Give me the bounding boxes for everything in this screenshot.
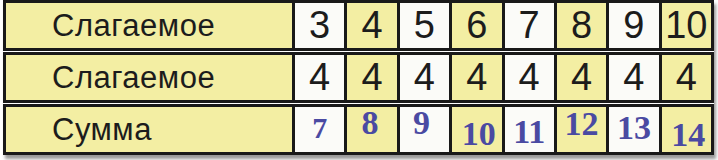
- cell-value: 4: [571, 56, 592, 99]
- cell-value: 8: [571, 4, 592, 47]
- table-cell: 4: [344, 55, 396, 100]
- row-label-sum: Сумма: [6, 107, 292, 152]
- table-cell: 9: [397, 107, 449, 152]
- cell-value: 3: [309, 4, 330, 47]
- row-label-addend-1: Слагаемое: [6, 3, 292, 48]
- cell-value: 5: [414, 4, 435, 47]
- table-cell: 4: [554, 55, 606, 100]
- table-cell: 4: [659, 55, 711, 100]
- table-cell: 10: [659, 3, 711, 48]
- cell-value: 10: [665, 4, 707, 47]
- table-cell: 6: [449, 3, 501, 48]
- table-cell: 7: [502, 3, 554, 48]
- cell-value: 4: [414, 56, 435, 99]
- row-label-addend-2: Слагаемое: [6, 55, 292, 100]
- cell-value: 4: [309, 56, 330, 99]
- table-cell: 9: [606, 3, 658, 48]
- sum-value: 10: [462, 115, 496, 153]
- table-cell: 4: [397, 55, 449, 100]
- table-row-addend-2: Слагаемое 4 4 4 4 4 4 4 4: [3, 52, 714, 103]
- cell-value: 4: [361, 56, 382, 99]
- table-cell: 8: [344, 107, 396, 152]
- table-cell: 4: [449, 55, 501, 100]
- cell-value: 4: [519, 56, 540, 99]
- cell-value: 4: [361, 4, 382, 47]
- table-cell: 13: [606, 107, 658, 152]
- sum-value: 14: [671, 116, 705, 153]
- addition-table: Слагаемое 3 4 5 6 7 8 9 10 Слагаемое 4 4…: [3, 0, 714, 155]
- cell-value: 7: [519, 4, 540, 47]
- worksheet-canvas: Слагаемое 3 4 5 6 7 8 9 10 Слагаемое 4 4…: [0, 0, 718, 160]
- cell-value: 4: [623, 56, 644, 99]
- table-cell: 7: [292, 107, 344, 152]
- cell-value: 4: [466, 56, 487, 99]
- table-cell: 11: [502, 107, 554, 152]
- table-cell: 10: [449, 107, 501, 152]
- table-cell: 4: [502, 55, 554, 100]
- table-cell: 5: [397, 3, 449, 48]
- table-cell: 14: [659, 107, 711, 152]
- sum-value: 8: [362, 107, 379, 142]
- table-cell: 4: [606, 55, 658, 100]
- table-row-sum: Сумма 7 8 9 10 11 12 13 14: [3, 104, 714, 155]
- sum-value: 7: [312, 111, 327, 145]
- table-cell: 4: [292, 55, 344, 100]
- cell-value: 6: [466, 4, 487, 47]
- sum-value: 12: [565, 107, 599, 143]
- table-cell: 12: [554, 107, 606, 152]
- cell-value: 9: [623, 4, 644, 47]
- table-row-addend-1: Слагаемое 3 4 5 6 7 8 9 10: [3, 0, 714, 51]
- table-cell: 4: [344, 3, 396, 48]
- sum-value: 13: [617, 109, 651, 147]
- sum-value: 11: [513, 113, 545, 151]
- cell-value: 4: [676, 56, 697, 99]
- sum-value: 9: [413, 107, 430, 142]
- table-cell: 3: [292, 3, 344, 48]
- table-cell: 8: [554, 3, 606, 48]
